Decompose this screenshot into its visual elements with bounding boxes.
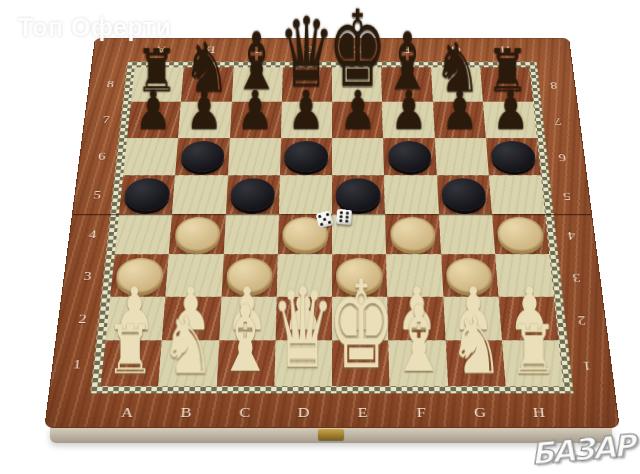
file-label-bottom-A: A — [97, 405, 157, 420]
rank-label-left-2: 2 — [66, 298, 99, 342]
dark-checker-h6 — [490, 141, 536, 172]
rank-label-right-4: 4 — [556, 215, 587, 256]
black-pawn-c7: ♟ — [237, 85, 274, 136]
square-a5 — [119, 175, 175, 214]
square-c5 — [226, 175, 280, 214]
rank-label-left-1: 1 — [60, 342, 93, 388]
square-d6 — [280, 138, 332, 175]
die-2-showing-6 — [336, 209, 352, 225]
die-pip — [346, 211, 349, 214]
die-pip — [323, 218, 327, 222]
square-c1: ♝ — [216, 340, 275, 386]
dark-checker-g5 — [441, 178, 487, 211]
file-label-top-G: G — [431, 44, 481, 55]
rank-label-right-3: 3 — [561, 255, 593, 297]
file-label-bottom-B: B — [156, 405, 216, 420]
rank-label-left-6: 6 — [87, 138, 117, 176]
square-f1: ♝ — [389, 340, 448, 386]
rank-label-right-5: 5 — [552, 176, 582, 215]
dark-checker-a5 — [124, 178, 171, 211]
dark-checker-c5 — [230, 178, 276, 211]
square-f5 — [384, 175, 438, 214]
rank-label-left-5: 5 — [82, 176, 112, 215]
square-e1: ♚ — [332, 340, 390, 386]
dark-checker-d6 — [284, 141, 328, 172]
die-1-showing-5 — [315, 210, 333, 228]
die-pip — [320, 222, 324, 226]
file-label-top-B: B — [185, 44, 235, 55]
rank-label-left-3: 3 — [72, 255, 104, 297]
square-g7: ♟ — [433, 102, 486, 138]
white-knight-g1: ♞ — [449, 308, 503, 383]
rank-label-left-7: 7 — [91, 102, 120, 138]
square-a4 — [115, 214, 173, 254]
file-label-bottom-F: F — [392, 405, 451, 420]
black-pawn-a7: ♟ — [134, 85, 171, 136]
square-d5 — [279, 175, 332, 214]
square-f7: ♟ — [382, 102, 434, 138]
file-label-bottom-G: G — [450, 405, 510, 420]
square-h6 — [486, 138, 541, 175]
square-b4 — [169, 214, 225, 254]
black-pawn-b7: ♟ — [186, 85, 223, 136]
die-pip — [318, 215, 322, 219]
file-label-top-A: A — [136, 44, 186, 55]
rank-label-right-2: 2 — [565, 298, 598, 342]
file-label-bottom-H: H — [509, 405, 569, 420]
square-c6 — [228, 138, 281, 175]
square-g6 — [434, 138, 488, 175]
die-pip — [339, 215, 342, 218]
square-b1: ♞ — [159, 340, 219, 386]
file-label-top-C: C — [234, 44, 284, 55]
file-label-bottom-D: D — [274, 405, 333, 420]
square-a6 — [123, 138, 178, 175]
rank-label-right-6: 6 — [548, 138, 578, 176]
dark-checker-e5 — [336, 178, 381, 211]
square-f4 — [385, 214, 440, 254]
rank-label-left-4: 4 — [77, 215, 108, 256]
square-c4 — [223, 214, 278, 254]
black-pawn-d7: ♟ — [288, 85, 325, 136]
file-label-bottom-C: C — [215, 405, 274, 420]
die-pip — [340, 211, 343, 214]
white-knight-b1: ♞ — [160, 308, 214, 383]
file-label-top-H: H — [480, 44, 530, 55]
file-label-top-D: D — [284, 44, 333, 55]
square-b6 — [175, 138, 229, 175]
square-a7: ♟ — [127, 102, 181, 138]
square-h1: ♜ — [502, 340, 563, 386]
rank-label-left-8: 8 — [96, 67, 124, 102]
square-h4 — [492, 214, 550, 254]
file-label-top-F: F — [382, 44, 432, 55]
square-h7: ♟ — [483, 102, 537, 138]
square-g5 — [436, 175, 491, 214]
square-a1: ♜ — [101, 340, 162, 386]
product-photo: ♜♞♝♛♚♝♞♜♟♟♟♟♟♟♟♟♟♟♟♟♟♟♟♟♜♞♝♛♚♝♞♜ AABBCCD… — [0, 0, 640, 474]
dark-checker-b6 — [180, 141, 226, 172]
rank-label-right-8: 8 — [540, 67, 568, 102]
square-e6 — [332, 138, 384, 175]
white-bishop-c1: ♝ — [217, 297, 273, 384]
white-bishop-f1: ♝ — [390, 297, 446, 384]
rank-label-right-1: 1 — [570, 342, 603, 388]
black-pawn-e7: ♟ — [339, 85, 376, 136]
light-checker-h4 — [496, 217, 544, 251]
square-f6 — [383, 138, 436, 175]
die-pip — [326, 213, 330, 217]
square-b5 — [172, 175, 227, 214]
white-queen-d1: ♛ — [271, 278, 335, 383]
white-rook-a1: ♜ — [106, 319, 155, 383]
dark-checker-f6 — [387, 141, 432, 172]
square-e7: ♟ — [332, 102, 383, 138]
square-g1: ♞ — [445, 340, 505, 386]
light-checker-f4 — [390, 217, 437, 251]
die-pip — [345, 216, 348, 219]
square-d7: ♟ — [281, 102, 332, 138]
black-pawn-h7: ♟ — [493, 85, 530, 136]
die-pip — [327, 220, 331, 224]
file-label-top-E: E — [333, 44, 382, 55]
square-c7: ♟ — [230, 102, 282, 138]
chess-board: ♜♞♝♛♚♝♞♜♟♟♟♟♟♟♟♟♟♟♟♟♟♟♟♟♜♞♝♛♚♝♞♜ AABBCCD… — [44, 38, 620, 428]
white-rook-h1: ♜ — [510, 319, 559, 383]
rank-label-right-7: 7 — [543, 102, 572, 138]
square-d1: ♛ — [274, 340, 332, 386]
square-b7: ♟ — [178, 102, 231, 138]
file-label-bottom-E: E — [333, 405, 392, 420]
black-pawn-g7: ♟ — [441, 85, 478, 136]
light-checker-b4 — [174, 217, 221, 251]
perspective-wrapper: ♜♞♝♛♚♝♞♜♟♟♟♟♟♟♟♟♟♟♟♟♟♟♟♟♜♞♝♛♚♝♞♜ AABBCCD… — [72, 0, 592, 474]
white-king-e1: ♚ — [327, 268, 395, 383]
die-pip — [345, 220, 348, 223]
die-pip — [339, 219, 342, 222]
square-h5 — [489, 175, 545, 214]
black-pawn-f7: ♟ — [390, 85, 427, 136]
bazar-logo: БАЗАР — [530, 428, 635, 472]
photo-watermark: Топ Оферти — [18, 13, 171, 42]
square-g4 — [439, 214, 495, 254]
